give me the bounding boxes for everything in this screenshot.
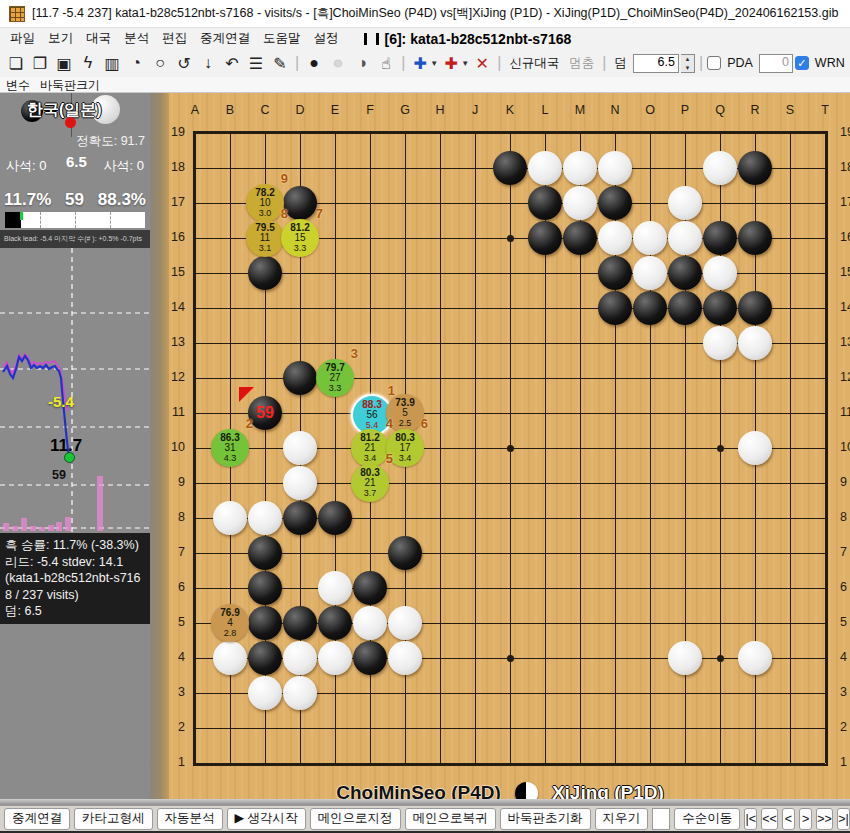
star-point-Q10 (717, 445, 724, 452)
stone-black-G7[interactable] (388, 536, 422, 570)
goto-move-button[interactable]: 수순이동 (674, 808, 740, 830)
candidate-l2: 21 (364, 478, 375, 488)
coord-col-N: N (607, 103, 623, 117)
winrate-bar-gridline (110, 212, 111, 228)
candidate-l3: 2.5 (399, 418, 412, 428)
bottom-button-1[interactable]: 카타고형세 (74, 808, 153, 830)
candidate-l3: 3.7 (364, 488, 377, 498)
stone-black-N14[interactable] (598, 291, 632, 325)
candidate-l2: 11 (260, 233, 270, 243)
stone-black-R16[interactable] (738, 221, 772, 255)
winrate-bar-gridline (75, 212, 76, 228)
coord-row-4-left: 4 (155, 650, 185, 664)
coord-row-10-left: 10 (155, 440, 185, 454)
winrate-bar-tick (20, 212, 23, 220)
coord-row-8-right: 8 (840, 510, 850, 524)
graph-histogram-bar (39, 527, 45, 531)
stop-button[interactable]: 멈춤 (569, 55, 594, 72)
stone-white-M18[interactable] (563, 151, 597, 185)
coord-row-2-right: 2 (840, 720, 850, 734)
stone-black-E5[interactable] (318, 606, 352, 640)
coord-col-T: T (817, 103, 833, 117)
analysis-side-panel: 한국(일본) 정확도: 91.7 사석: 0 6.5 사석: 0 11.7% 5… (0, 93, 150, 805)
stone-white-P17[interactable] (668, 186, 702, 220)
engine-info-line-3: 덤: 6.5 (5, 603, 145, 620)
engine-session-label: [6]: kata1-b28c512nbt-s7168 (385, 31, 572, 47)
coord-col-M: M (572, 103, 588, 117)
coord-row-7-right: 7 (840, 545, 850, 559)
save-icon[interactable]: ▣ (53, 54, 75, 73)
coord-row-1-right: 1 (840, 755, 850, 769)
candidate-move-B5[interactable]: 76.942.8 (211, 604, 249, 642)
coord-row-18-left: 18 (155, 160, 185, 174)
coord-row-16-left: 16 (155, 230, 185, 244)
menu-bar: 파일보기대국분석편집중계연결도움말설정 [6]: kata1-b28c512nb… (0, 28, 850, 49)
tab-variation[interactable]: 변수 (6, 77, 30, 92)
coord-col-E: E (327, 103, 343, 117)
bottom-toolbar: 중계연결카타고형세자동분석▶ 생각시작메인으로지정메인으로복귀바둑판초기화지우기… (0, 805, 850, 833)
stone-white-O15[interactable] (633, 256, 667, 290)
candidate-l2: 21 (364, 443, 375, 453)
candidate-l2: 5 (402, 408, 408, 418)
nav-forward-button[interactable]: > (799, 808, 812, 830)
stone-black-D8[interactable] (283, 501, 317, 535)
candidate-l3: 4.3 (224, 453, 237, 463)
stone-black-P14[interactable] (668, 291, 702, 325)
winrate-bar-black-segment (5, 212, 21, 228)
accuracy-label: 정확도: 91.7 (76, 133, 145, 150)
graph-histogram-bar (48, 525, 54, 531)
delete-mark-icon[interactable]: ✕ (471, 54, 493, 73)
blue-cross-tool-icon-dropdown[interactable]: ▼ (430, 59, 438, 68)
coord-row-17-left: 17 (155, 195, 185, 209)
candidate-rank: 2 (246, 419, 253, 429)
stone-white-Q18[interactable] (703, 151, 737, 185)
stone-black-L17[interactable] (528, 186, 562, 220)
candidate-l3: 3.4 (364, 453, 377, 463)
pda-checkbox[interactable] (707, 56, 721, 70)
coord-row-16-right: 16 (840, 230, 850, 244)
stone-white-O16[interactable] (633, 221, 667, 255)
graph-histogram-bar (97, 476, 103, 531)
chart-icon[interactable]: ▥ (101, 54, 123, 73)
candidate-l3: 2.8 (224, 628, 237, 638)
candidate-move-E12[interactable]: 79.7273.33 (316, 359, 354, 397)
coord-col-D: D (292, 103, 308, 117)
nav-back-button[interactable]: < (782, 808, 795, 830)
candidate-l3: 3.3 (329, 383, 342, 393)
white-captures-label: 사석: 0 (104, 157, 144, 175)
graph-histogram-bar (3, 523, 9, 531)
stone-white-G4[interactable] (388, 641, 422, 675)
coord-row-19-left: 19 (155, 125, 185, 139)
candidate-l2: 4 (227, 618, 233, 628)
stone-white-P4[interactable] (668, 641, 702, 675)
tab-row: 변수 바둑판크기 (0, 77, 850, 93)
star-point-Q4 (717, 655, 724, 662)
coord-row-3-left: 3 (155, 685, 185, 699)
coord-row-5-right: 5 (840, 615, 850, 629)
stone-black-D5[interactable] (283, 606, 317, 640)
stone-black-C5[interactable] (248, 606, 282, 640)
bottom-button-3[interactable]: ▶ 생각시작 (227, 808, 306, 830)
stone-black-C6[interactable] (248, 571, 282, 605)
stone-black-C11[interactable]: 59 (248, 396, 282, 430)
menu-items: 파일보기대국분석편집중계연결도움말설정 (10, 30, 339, 47)
stone-black-D17[interactable] (283, 186, 317, 220)
stone-black-K18[interactable] (493, 151, 527, 185)
engine-info-line-1: 리드: -5.4 stdev: 14.1 (5, 554, 145, 571)
new-game-icon[interactable]: ❏ (5, 54, 27, 73)
coord-col-C: C (257, 103, 273, 117)
candidate-rank: 7 (316, 209, 323, 219)
coord-col-O: O (642, 103, 658, 117)
coord-col-F: F (362, 103, 378, 117)
coord-row-12-right: 12 (840, 370, 850, 384)
tab-board-size[interactable]: 바둑판크기 (40, 77, 100, 92)
main-toolbar: ❏❐▣ϟ▥◔○↺↓↶☰✎|●●◑☝|✚▼✚▼✕|신규대국멈춤|덤6.5▲▼|PD… (0, 49, 850, 77)
open-file-icon[interactable]: ❐ (29, 54, 51, 73)
white-stone-tool-icon[interactable]: ● (327, 54, 349, 72)
stone-black-C7[interactable] (248, 536, 282, 570)
stone-black-M16[interactable] (563, 221, 597, 255)
candidate-rank: 4 (386, 419, 393, 429)
stone-white-P16[interactable] (668, 221, 702, 255)
coord-row-14-right: 14 (840, 300, 850, 314)
menu-item-3[interactable]: 분석 (124, 30, 149, 47)
coord-row-6-left: 6 (155, 580, 185, 594)
white-winrate: 88.3% (98, 190, 146, 210)
graph-histogram-bar (21, 518, 27, 531)
coord-row-11-left: 11 (155, 405, 185, 419)
candidate-move-C16[interactable]: 79.5113.18 (246, 219, 284, 257)
coord-row-15-right: 15 (840, 265, 850, 279)
stone-black-E8[interactable] (318, 501, 352, 535)
coord-row-15-left: 15 (155, 265, 185, 279)
undo-icon[interactable]: ↶ (221, 54, 243, 73)
stone-white-M17[interactable] (563, 186, 597, 220)
menu-item-7[interactable]: 설정 (314, 30, 339, 47)
stone-white-R4[interactable] (738, 641, 772, 675)
stone-white-E4[interactable] (318, 641, 352, 675)
coord-row-14-left: 14 (155, 300, 185, 314)
winrate-bar (5, 212, 145, 228)
stone-white-D3[interactable] (283, 676, 317, 710)
stone-white-R13[interactable] (738, 326, 772, 360)
candidate-l2: 17 (399, 443, 410, 453)
star-point-K4 (507, 655, 514, 662)
pda-label: PDA (727, 56, 753, 70)
bottom-button-7[interactable]: 지우기 (595, 808, 649, 830)
candidate-move-B10[interactable]: 86.3314.32 (211, 429, 249, 467)
hand-tool-icon[interactable]: ☝ (375, 54, 397, 73)
menu-item-1[interactable]: 보기 (48, 30, 73, 47)
stone-black-D12[interactable] (283, 361, 317, 395)
stone-white-G5[interactable] (388, 606, 422, 640)
menu-item-5[interactable]: 중계연결 (200, 30, 250, 47)
menu-item-0[interactable]: 파일 (10, 30, 35, 47)
komi-input[interactable]: 6.5 (633, 54, 679, 73)
stone-white-N16[interactable] (598, 221, 632, 255)
move-number-input[interactable] (652, 808, 670, 830)
settings-box-icon[interactable]: ☰ (245, 54, 267, 73)
blue-cross-tool-icon[interactable]: ✚ (409, 54, 431, 73)
candidate-rank: 6 (421, 419, 428, 429)
komi-field-label: 덤 (614, 55, 627, 72)
stone-black-R18[interactable] (738, 151, 772, 185)
stone-black-N17[interactable] (598, 186, 632, 220)
wrn-label: WRN (815, 56, 845, 70)
toolbar-separator: | (401, 54, 405, 72)
coord-col-Q: Q (712, 103, 728, 117)
stone-black-F4[interactable] (353, 641, 387, 675)
winrate-graph[interactable] (0, 248, 150, 533)
black-winrate: 11.7% (4, 190, 51, 210)
stone-black-C15[interactable] (248, 256, 282, 290)
bottom-button-4[interactable]: 메인으로지정 (310, 808, 401, 830)
coord-row-18-right: 18 (840, 160, 850, 174)
nav-back10-button[interactable]: << (761, 808, 778, 830)
coord-row-19-right: 19 (840, 125, 850, 139)
stone-white-E6[interactable] (318, 571, 352, 605)
coord-col-L: L (537, 103, 553, 117)
pencil-icon[interactable]: ✎ (269, 54, 291, 73)
toolbar-separator: | (699, 54, 703, 72)
current-move-dot (65, 117, 76, 128)
komi-label: 6.5 (66, 153, 87, 170)
coord-row-4-right: 4 (840, 650, 850, 664)
down-arrow-icon[interactable]: ↓ (197, 54, 219, 72)
coord-row-9-right: 9 (840, 475, 850, 489)
engine-info-box: 흑 승률: 11.7% (-38.3%)리드: -5.4 stdev: 14.1… (0, 533, 150, 624)
pda-input[interactable]: 0 (759, 54, 793, 73)
red-cross-tool-icon-dropdown[interactable]: ▼ (461, 59, 469, 68)
menu-item-6[interactable]: 도움말 (263, 30, 301, 47)
red-cross-tool-icon[interactable]: ✚ (440, 54, 462, 73)
engine-info-line-2: (kata1-b28c512nbt-s7168 / 237 visits) (5, 570, 145, 603)
pause-icon[interactable] (364, 33, 379, 45)
stone-white-N18[interactable] (598, 151, 632, 185)
black-captures-label: 사석: 0 (6, 157, 46, 175)
coord-col-B: B (222, 103, 238, 117)
stone-white-L18[interactable] (528, 151, 562, 185)
stone-white-Q13[interactable] (703, 326, 737, 360)
nav-forward10-button[interactable]: >> (816, 808, 833, 830)
coord-row-10-right: 10 (840, 440, 850, 454)
coord-row-11-right: 11 (840, 405, 850, 419)
graph-histogram-bar (12, 526, 18, 531)
candidate-l2: 31 (224, 443, 235, 453)
graph-score-label: -5.4 (48, 393, 74, 410)
stone-white-C3[interactable] (248, 676, 282, 710)
circle-icon[interactable]: ○ (149, 54, 171, 72)
graph-histogram-bar (56, 522, 62, 531)
coord-row-8-left: 8 (155, 510, 185, 524)
title-bar: [11.7 -5.4 237] kata1-b28c512nbt-s7168 -… (0, 0, 850, 28)
coord-row-6-right: 6 (840, 580, 850, 594)
players-label: 한국(일본) (27, 100, 102, 121)
menu-item-2[interactable]: 대국 (86, 30, 111, 47)
bottom-button-5[interactable]: 메인으로복귀 (405, 808, 496, 830)
stone-white-D10[interactable] (283, 431, 317, 465)
candidate-l2: 56 (366, 410, 377, 420)
candidate-rank: 3 (351, 349, 358, 359)
stone-black-F6[interactable] (353, 571, 387, 605)
rotate-icon[interactable]: ↺ (173, 54, 195, 73)
candidate-rank: 9 (281, 174, 288, 184)
engine-info-line-0: 흑 승률: 11.7% (-38.3%) (5, 537, 145, 554)
graph-histogram-bar (30, 526, 36, 531)
coord-row-13-right: 13 (840, 335, 850, 349)
candidate-l2: 15 (294, 233, 305, 243)
coord-row-7-left: 7 (155, 545, 185, 559)
nav-first-button[interactable]: |< (744, 808, 757, 830)
bottom-button-2[interactable]: 자동분석 (157, 808, 223, 830)
stone-black-O14[interactable] (633, 291, 667, 325)
toolbar-separator: | (295, 54, 299, 72)
candidate-rank: 8 (281, 209, 288, 219)
bottom-button-6[interactable]: 바둑판초기화 (500, 808, 591, 830)
engine-session: [6]: kata1-b28c512nbt-s7168 (364, 31, 572, 47)
stone-black-C4[interactable] (248, 641, 282, 675)
graph-current-dot (64, 452, 75, 463)
candidate-l3: 3.3 (294, 243, 307, 253)
app-icon (9, 6, 25, 22)
coord-col-H: H (432, 103, 448, 117)
coord-row-12-left: 12 (155, 370, 185, 384)
candidate-rank: 5 (386, 454, 393, 464)
coord-row-3-right: 3 (840, 685, 850, 699)
coord-col-A: A (187, 103, 203, 117)
candidate-l3: 3.1 (259, 243, 272, 253)
last-move-number: 59 (248, 396, 282, 430)
toolbar-separator: | (497, 54, 501, 72)
clock-icon[interactable]: ◔ (125, 54, 147, 72)
coord-row-17-right: 17 (840, 195, 850, 209)
coord-row-2-left: 2 (155, 720, 185, 734)
window-title: [11.7 -5.4 237] kata1-b28c512nbt-s7168 -… (32, 5, 838, 22)
candidate-l2: 10 (259, 198, 270, 208)
black-stone-tool-icon[interactable]: ● (303, 54, 325, 72)
stone-white-F5[interactable] (353, 606, 387, 640)
stone-white-Q15[interactable] (703, 256, 737, 290)
candidate-move-F10[interactable]: 81.2213.44 (351, 429, 389, 467)
candidate-l3: 3.0 (259, 208, 272, 218)
coord-col-S: S (782, 103, 798, 117)
star-point-K16 (507, 235, 514, 242)
toolbar-separator: | (602, 54, 606, 72)
coord-col-G: G (397, 103, 413, 117)
stone-white-B4[interactable] (213, 641, 247, 675)
lead-info-line: Black lead: -5.4 마지막 수(# ): +0.5% -0.7pt… (0, 230, 150, 248)
menu-item-4[interactable]: 편집 (162, 30, 187, 47)
stone-white-D4[interactable] (283, 641, 317, 675)
stone-white-D9[interactable] (283, 466, 317, 500)
stone-white-B8[interactable] (213, 501, 247, 535)
stone-white-C8[interactable] (248, 501, 282, 535)
go-board[interactable]: ABCDEFGHJKLMNOPQRST191918181717161615151… (150, 93, 850, 805)
stone-black-R14[interactable] (738, 291, 772, 325)
candidate-move-C17[interactable]: 78.2103.09 (246, 184, 284, 222)
stone-black-P15[interactable] (668, 256, 702, 290)
coord-row-1-left: 1 (155, 755, 185, 769)
coord-col-P: P (677, 103, 693, 117)
stone-black-L16[interactable] (528, 221, 562, 255)
nav-last-button[interactable]: >| (837, 808, 850, 830)
half-stone-tool-icon[interactable]: ◑ (351, 54, 373, 72)
winrate-row: 11.7% 59 88.3% (0, 190, 150, 210)
candidate-move-F9[interactable]: 80.3213.75 (351, 464, 389, 502)
stone-black-Q14[interactable] (703, 291, 737, 325)
graph-histogram-bar (65, 517, 71, 531)
coord-col-R: R (747, 103, 763, 117)
star-point-K10 (507, 445, 514, 452)
graph-move-label: 59 (52, 468, 66, 482)
coord-row-9-left: 9 (155, 475, 185, 489)
wrn-checkbox[interactable]: ✓ (795, 56, 809, 70)
winrate-bar-gridline (40, 212, 41, 228)
candidate-rank: 1 (388, 386, 395, 396)
coord-row-5-left: 5 (155, 615, 185, 629)
coord-col-J: J (467, 103, 483, 117)
move-number: 59 (65, 190, 84, 210)
stone-black-N15[interactable] (598, 256, 632, 290)
candidate-l3: 3.4 (399, 453, 412, 463)
new-game-button[interactable]: 신규대국 (509, 55, 559, 72)
bottom-button-0[interactable]: 중계연결 (4, 808, 70, 830)
engine-icon[interactable]: ϟ (77, 54, 99, 72)
coord-col-K: K (502, 103, 518, 117)
candidate-l2: 27 (329, 373, 340, 383)
coord-row-13-left: 13 (155, 335, 185, 349)
komi-spinner[interactable]: ▲▼ (681, 54, 695, 73)
stone-white-R10[interactable] (738, 431, 772, 465)
candidate-move-D16[interactable]: 81.2153.37 (281, 219, 319, 257)
stone-black-Q16[interactable] (703, 221, 737, 255)
